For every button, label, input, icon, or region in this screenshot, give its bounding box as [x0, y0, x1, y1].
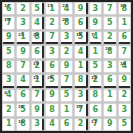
cell-digit: 3	[64, 33, 70, 41]
cell-r9c2[interactable]: 168	[16, 118, 29, 131]
cell-digit: 9	[78, 5, 84, 13]
cell-digit: 5	[34, 5, 40, 13]
cell-digit: 2	[49, 19, 55, 27]
cell-digit: 8	[93, 91, 99, 99]
cell-r4c2[interactable]: 9	[16, 45, 29, 58]
cell-r8c7[interactable]: 6	[89, 103, 102, 116]
cell-digit: 3	[6, 76, 12, 84]
cage-sum-label: 26	[33, 32, 39, 36]
cell-r7c4[interactable]: 9	[45, 89, 58, 102]
cell-r2c1[interactable]: 197	[2, 16, 15, 29]
cell-r5c1[interactable]: 8	[2, 60, 15, 73]
cell-r6c8[interactable]: 6	[103, 74, 116, 87]
cell-digit: 7	[64, 76, 70, 84]
killer-sudoku-app: 1362511123493713819734220869519241268731…	[0, 0, 133, 133]
cell-r9c8[interactable]: 9	[103, 118, 116, 131]
cell-r6c6[interactable]: 8	[74, 74, 87, 87]
cage-sum-label: 13	[120, 3, 126, 7]
cell-digit: 3	[20, 19, 26, 27]
cell-r3c6[interactable]: 185	[74, 31, 87, 44]
cell-r4c4[interactable]: 3	[45, 45, 58, 58]
cell-r5c6[interactable]: 1	[74, 60, 87, 73]
cage-sum-label: 23	[62, 3, 68, 7]
cell-r6c2[interactable]: 4	[16, 74, 29, 87]
cell-r6c5[interactable]: 7	[60, 74, 73, 87]
cell-digit: 9	[121, 76, 127, 84]
cell-digit: 6	[107, 76, 113, 84]
cell-digit: 9	[93, 19, 99, 27]
cell-digit: 5	[64, 91, 70, 99]
cell-digit: 6	[34, 48, 40, 56]
cell-digit: 1	[121, 19, 127, 27]
cell-r5c9[interactable]: 164	[118, 60, 131, 73]
cage-sum-label: 29	[47, 75, 53, 79]
cell-r2c8[interactable]: 5	[103, 16, 116, 29]
cell-r9c3[interactable]: 3	[31, 118, 44, 131]
cell-r7c6[interactable]: 3	[74, 89, 87, 102]
cell-r2c9[interactable]: 1	[118, 16, 131, 29]
cell-digit: 1	[6, 120, 12, 128]
cell-digit: 9	[34, 106, 40, 114]
cell-digit: 1	[78, 62, 84, 70]
cell-digit: 6	[93, 106, 99, 114]
cell-r1c7[interactable]: 3	[89, 2, 102, 15]
cell-r2c7[interactable]: 9	[89, 16, 102, 29]
cell-r3c4[interactable]: 7	[45, 31, 58, 44]
cell-digit: 3	[107, 62, 113, 70]
cell-r8c6[interactable]: 107	[74, 103, 87, 116]
cell-r8c4[interactable]: 8	[45, 103, 58, 116]
cell-r4c9[interactable]: 7	[118, 45, 131, 58]
cell-digit: 8	[49, 106, 55, 114]
cell-digit: 6	[49, 62, 55, 70]
cell-r5c7[interactable]: 5	[89, 60, 102, 73]
cell-digit: 9	[107, 120, 113, 128]
cell-digit: 6	[121, 33, 127, 41]
cell-r1c6[interactable]: 9	[74, 2, 87, 15]
cell-r8c1[interactable]: 2	[2, 103, 15, 116]
cell-r8c2[interactable]: 205	[16, 103, 29, 116]
cell-digit: 9	[64, 62, 70, 70]
cell-r7c1[interactable]: 44	[2, 89, 15, 102]
cage-sum-label: 14	[33, 75, 39, 79]
cell-r4c1[interactable]: 5	[2, 45, 15, 58]
cage-sum-label: 18	[91, 75, 97, 79]
cell-r7c5[interactable]: 5	[60, 89, 73, 102]
cell-r9c4[interactable]: 4	[45, 118, 58, 131]
cell-r3c1[interactable]: 9	[2, 31, 15, 44]
cell-digit: 3	[121, 106, 127, 114]
cell-digit: 8	[78, 76, 84, 84]
cell-r8c9[interactable]: 3	[118, 103, 131, 116]
cell-r3c2[interactable]: 241	[16, 31, 29, 44]
cage-sum-label: 10	[76, 104, 82, 108]
cell-digit: 4	[49, 120, 55, 128]
cell-digit: 6	[20, 91, 26, 99]
cell-r1c9[interactable]: 138	[118, 2, 131, 15]
cage-sum-label: 11	[47, 3, 53, 7]
cage-sum-label: 19	[4, 17, 10, 21]
cage-sum-label: 11	[91, 119, 97, 123]
cell-r2c2[interactable]: 3	[16, 16, 29, 29]
cell-digit: 8	[6, 62, 12, 70]
cell-digit: 2	[64, 48, 70, 56]
cell-r2c5[interactable]: 208	[60, 16, 73, 29]
cell-r3c3[interactable]: 268	[31, 31, 44, 44]
cell-r2c3[interactable]: 4	[31, 16, 44, 29]
cell-digit: 5	[121, 120, 127, 128]
cell-digit: 7	[34, 91, 40, 99]
cell-r1c4[interactable]: 111	[45, 2, 58, 15]
cell-r1c5[interactable]: 234	[60, 2, 73, 15]
cage-sum-label: 20	[62, 17, 68, 21]
cell-digit: 5	[6, 48, 12, 56]
cell-digit: 7	[107, 5, 113, 13]
cage-sum-label: 13	[4, 3, 10, 7]
cell-digit: 4	[107, 106, 113, 114]
cell-r8c5[interactable]: 1	[60, 103, 73, 116]
cell-digit: 7	[20, 62, 26, 70]
cell-digit: 2	[107, 33, 113, 41]
cage-sum-label: 18	[76, 32, 82, 36]
cell-digit: 4	[20, 76, 26, 84]
cell-r7c3[interactable]: 7	[31, 89, 44, 102]
cell-r4c5[interactable]: 2	[60, 45, 73, 58]
cell-digit: 4	[78, 48, 84, 56]
cell-digit: 5	[107, 19, 113, 27]
cell-digit: 2	[6, 106, 12, 114]
cell-digit: 2	[78, 120, 84, 128]
cell-digit: 1	[93, 48, 99, 56]
cage-sum-label: 19	[33, 61, 39, 65]
cell-r8c3[interactable]: 9	[31, 103, 44, 116]
cell-r5c3[interactable]: 192	[31, 60, 44, 73]
cage-sum-label: 16	[18, 119, 24, 123]
cell-r6c1[interactable]: 3	[2, 74, 15, 87]
cell-r9c1[interactable]: 1	[2, 118, 15, 131]
cell-r4c7[interactable]: 1	[89, 45, 102, 58]
cage-sum-label: 16	[120, 61, 126, 65]
cell-r4c3[interactable]: 6	[31, 45, 44, 58]
cage-sum-label: 20	[18, 104, 24, 108]
cell-digit: 2	[20, 5, 26, 13]
cell-digit: 9	[20, 48, 26, 56]
cell-r9c5[interactable]: 6	[60, 118, 73, 131]
cell-r3c9[interactable]: 6	[118, 31, 131, 44]
cell-digit: 3	[49, 48, 55, 56]
cell-digit: 9	[49, 91, 55, 99]
cell-r7c2[interactable]: 6	[16, 89, 29, 102]
cell-r2c6[interactable]: 6	[74, 16, 87, 29]
cell-r9c9[interactable]: 5	[118, 118, 131, 131]
cell-digit: 2	[121, 91, 127, 99]
cell-r6c9[interactable]: 9	[118, 74, 131, 87]
cell-digit: 9	[6, 33, 12, 41]
cell-r5c8[interactable]: 3	[103, 60, 116, 73]
cell-r6c7[interactable]: 182	[89, 74, 102, 87]
cell-r7c7[interactable]: 8	[89, 89, 102, 102]
cell-digit: 7	[121, 48, 127, 56]
cage-sum-label: 7	[91, 32, 94, 36]
cell-r5c4[interactable]: 6	[45, 60, 58, 73]
cell-r9c7[interactable]: 117	[89, 118, 102, 131]
cell-r5c5[interactable]: 9	[60, 60, 73, 73]
cell-digit: 5	[93, 62, 99, 70]
cell-digit: 7	[49, 33, 55, 41]
cell-r7c9[interactable]: 2	[118, 89, 131, 102]
cell-r4c6[interactable]: 4	[74, 45, 87, 58]
cell-r4c8[interactable]: 248	[103, 45, 116, 58]
cage-sum-label: 24	[105, 46, 111, 50]
cell-r3c7[interactable]: 74	[89, 31, 102, 44]
cell-digit: 3	[78, 91, 84, 99]
cell-digit: 6	[78, 19, 84, 27]
cell-r2c4[interactable]: 2	[45, 16, 58, 29]
cell-r3c5[interactable]: 3	[60, 31, 73, 44]
cell-digit: 6	[64, 120, 70, 128]
cell-r1c8[interactable]: 7	[103, 2, 116, 15]
cell-r1c2[interactable]: 2	[16, 2, 29, 15]
cell-r1c1[interactable]: 136	[2, 2, 15, 15]
cell-r6c3[interactable]: 141	[31, 74, 44, 87]
cell-digit: 4	[34, 19, 40, 27]
cell-digit: 1	[107, 91, 113, 99]
cell-r8c8[interactable]: 4	[103, 103, 116, 116]
cell-digit: 3	[34, 120, 40, 128]
cell-r9c6[interactable]: 2	[74, 118, 87, 131]
cage-sum-label: 4	[4, 90, 7, 94]
cell-r7c8[interactable]: 1	[103, 89, 116, 102]
cell-r3c8[interactable]: 2	[103, 31, 116, 44]
cell-digit: 1	[64, 106, 70, 114]
cell-r1c3[interactable]: 5	[31, 2, 44, 15]
cell-digit: 3	[93, 5, 99, 13]
sudoku-grid: 1362511123493713819734220869519241268731…	[0, 0, 133, 133]
cell-r5c2[interactable]: 7	[16, 60, 29, 73]
cage-sum-label: 24	[18, 32, 24, 36]
cell-r6c4[interactable]: 295	[45, 74, 58, 87]
